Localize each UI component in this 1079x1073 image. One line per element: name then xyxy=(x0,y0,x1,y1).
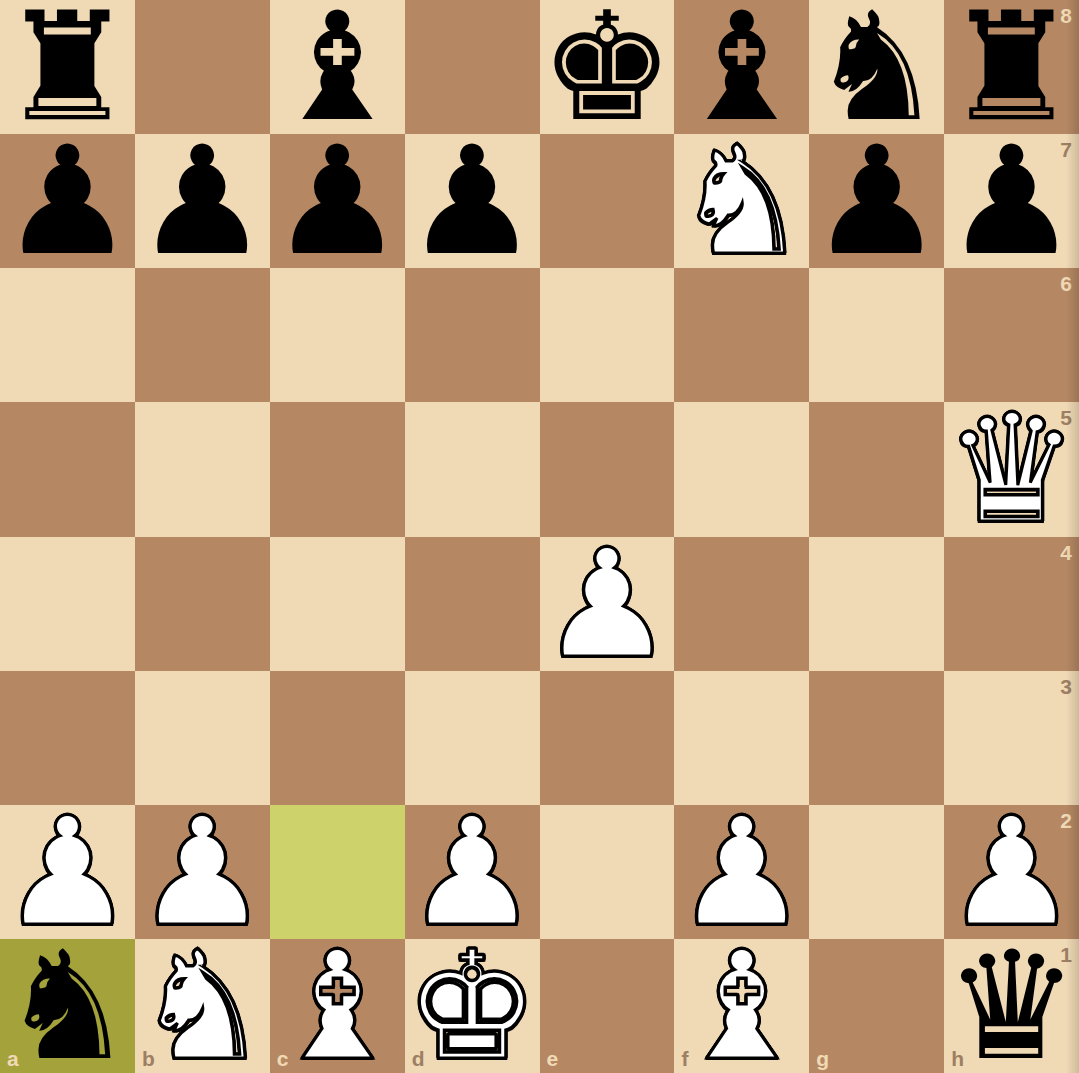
square-e8[interactable]: ♚ xyxy=(540,0,675,134)
square-f5[interactable] xyxy=(674,402,809,536)
square-e7[interactable] xyxy=(540,134,675,268)
square-g8[interactable]: ♞ xyxy=(809,0,944,134)
black-knight[interactable]: ♞ xyxy=(809,0,943,134)
white-knight[interactable]: ♞ xyxy=(675,134,809,268)
square-d6[interactable] xyxy=(405,268,540,402)
black-pawn[interactable]: ♟ xyxy=(944,134,1078,268)
square-c2[interactable] xyxy=(270,805,405,939)
square-a3[interactable] xyxy=(0,671,135,805)
square-b1[interactable]: b♞ xyxy=(135,939,270,1073)
black-rook[interactable]: ♜ xyxy=(0,0,134,134)
square-b8[interactable] xyxy=(135,0,270,134)
file-label-g: g xyxy=(816,1048,829,1069)
square-f4[interactable] xyxy=(674,537,809,671)
square-e6[interactable] xyxy=(540,268,675,402)
white-bishop[interactable]: ♝ xyxy=(675,939,809,1073)
white-pawn[interactable]: ♟ xyxy=(405,805,539,939)
black-rook[interactable]: ♜ xyxy=(944,0,1078,134)
black-bishop[interactable]: ♝ xyxy=(675,0,809,134)
square-g6[interactable] xyxy=(809,268,944,402)
square-g3[interactable] xyxy=(809,671,944,805)
square-c8[interactable]: ♝ xyxy=(270,0,405,134)
black-pawn[interactable]: ♟ xyxy=(0,134,134,268)
square-d7[interactable]: ♟ xyxy=(405,134,540,268)
chess-board: ♜♝♚♝♞8♜♟♟♟♟♞♟7♟65♛♟43♟♟♟♟2♟a♞b♞c♝d♚ef♝g1… xyxy=(0,0,1079,1073)
white-pawn[interactable]: ♟ xyxy=(135,805,269,939)
white-bishop[interactable]: ♝ xyxy=(270,939,404,1073)
white-queen[interactable]: ♛ xyxy=(944,402,1078,536)
square-g2[interactable] xyxy=(809,805,944,939)
square-e2[interactable] xyxy=(540,805,675,939)
square-f2[interactable]: ♟ xyxy=(674,805,809,939)
black-pawn[interactable]: ♟ xyxy=(135,134,269,268)
square-c6[interactable] xyxy=(270,268,405,402)
black-pawn[interactable]: ♟ xyxy=(405,134,539,268)
square-h8[interactable]: 8♜ xyxy=(944,0,1079,134)
square-d3[interactable] xyxy=(405,671,540,805)
square-c1[interactable]: c♝ xyxy=(270,939,405,1073)
black-pawn[interactable]: ♟ xyxy=(809,134,943,268)
square-e5[interactable] xyxy=(540,402,675,536)
square-a6[interactable] xyxy=(0,268,135,402)
white-pawn[interactable]: ♟ xyxy=(944,805,1078,939)
square-d5[interactable] xyxy=(405,402,540,536)
square-h7[interactable]: 7♟ xyxy=(944,134,1079,268)
white-pawn[interactable]: ♟ xyxy=(675,805,809,939)
square-h1[interactable]: 1h♛ xyxy=(944,939,1079,1073)
square-b7[interactable]: ♟ xyxy=(135,134,270,268)
square-d1[interactable]: d♚ xyxy=(405,939,540,1073)
square-a2[interactable]: ♟ xyxy=(0,805,135,939)
black-knight[interactable]: ♞ xyxy=(0,939,134,1073)
square-a8[interactable]: ♜ xyxy=(0,0,135,134)
square-c7[interactable]: ♟ xyxy=(270,134,405,268)
square-g1[interactable]: g xyxy=(809,939,944,1073)
white-pawn[interactable]: ♟ xyxy=(540,537,674,671)
rank-label-6: 6 xyxy=(1060,273,1072,294)
rank-label-3: 3 xyxy=(1060,676,1072,697)
square-h3[interactable]: 3 xyxy=(944,671,1079,805)
white-knight[interactable]: ♞ xyxy=(135,939,269,1073)
square-f3[interactable] xyxy=(674,671,809,805)
square-e3[interactable] xyxy=(540,671,675,805)
black-king[interactable]: ♚ xyxy=(540,0,674,134)
square-a1[interactable]: a♞ xyxy=(0,939,135,1073)
square-h5[interactable]: 5♛ xyxy=(944,402,1079,536)
square-a7[interactable]: ♟ xyxy=(0,134,135,268)
square-g4[interactable] xyxy=(809,537,944,671)
square-b4[interactable] xyxy=(135,537,270,671)
square-f6[interactable] xyxy=(674,268,809,402)
square-c5[interactable] xyxy=(270,402,405,536)
square-f1[interactable]: f♝ xyxy=(674,939,809,1073)
square-a4[interactable] xyxy=(0,537,135,671)
square-h4[interactable]: 4 xyxy=(944,537,1079,671)
square-d2[interactable]: ♟ xyxy=(405,805,540,939)
square-b2[interactable]: ♟ xyxy=(135,805,270,939)
square-b5[interactable] xyxy=(135,402,270,536)
square-e1[interactable]: e xyxy=(540,939,675,1073)
square-d4[interactable] xyxy=(405,537,540,671)
black-pawn[interactable]: ♟ xyxy=(270,134,404,268)
square-c3[interactable] xyxy=(270,671,405,805)
square-g7[interactable]: ♟ xyxy=(809,134,944,268)
square-f8[interactable]: ♝ xyxy=(674,0,809,134)
black-bishop[interactable]: ♝ xyxy=(270,0,404,134)
black-queen[interactable]: ♛ xyxy=(944,939,1078,1073)
white-pawn[interactable]: ♟ xyxy=(0,805,134,939)
square-a5[interactable] xyxy=(0,402,135,536)
square-d8[interactable] xyxy=(405,0,540,134)
square-c4[interactable] xyxy=(270,537,405,671)
square-h6[interactable]: 6 xyxy=(944,268,1079,402)
white-king[interactable]: ♚ xyxy=(405,939,539,1073)
square-b6[interactable] xyxy=(135,268,270,402)
rank-label-4: 4 xyxy=(1060,542,1072,563)
file-label-e: e xyxy=(547,1048,559,1069)
square-g5[interactable] xyxy=(809,402,944,536)
square-h2[interactable]: 2♟ xyxy=(944,805,1079,939)
square-b3[interactable] xyxy=(135,671,270,805)
square-f7[interactable]: ♞ xyxy=(674,134,809,268)
square-e4[interactable]: ♟ xyxy=(540,537,675,671)
